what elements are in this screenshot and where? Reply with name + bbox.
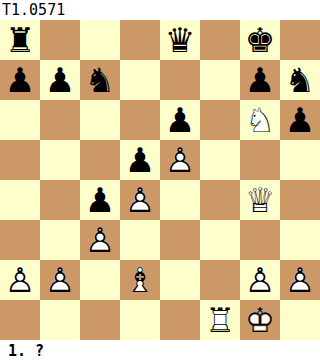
square-e3[interactable] [160,220,200,260]
square-a5[interactable] [0,140,40,180]
piece-glyph: ♟ [240,60,280,100]
square-h4[interactable] [280,180,320,220]
piece-glyph: ♙ [40,260,80,300]
square-b7[interactable]: ♟ [40,60,80,100]
piece-glyph: ♙ [80,220,120,260]
square-b1[interactable] [40,300,80,340]
square-g5[interactable] [240,140,280,180]
black-pawn[interactable]: ♟ [240,60,280,100]
black-king[interactable]: ♚ [240,20,280,60]
square-e2[interactable] [160,260,200,300]
piece-glyph: ♚ [240,20,280,60]
piece-glyph: ♟ [40,60,80,100]
square-h7[interactable]: ♞ [280,60,320,100]
square-c6[interactable] [80,100,120,140]
piece-glyph: ♕ [240,180,280,220]
piece-glyph: ♙ [0,260,40,300]
square-b6[interactable] [40,100,80,140]
square-c1[interactable] [80,300,120,340]
piece-glyph: ♟ [280,100,320,140]
square-h2[interactable]: ♟♙ [280,260,320,300]
square-d3[interactable] [120,220,160,260]
square-g6[interactable]: ♞♘ [240,100,280,140]
square-f3[interactable] [200,220,240,260]
square-b8[interactable] [40,20,80,60]
square-c4[interactable]: ♟ [80,180,120,220]
square-a2[interactable]: ♟♙ [0,260,40,300]
white-pawn[interactable]: ♟♙ [280,260,320,300]
square-g1[interactable]: ♚♔ [240,300,280,340]
white-pawn[interactable]: ♟♙ [0,260,40,300]
square-c3[interactable]: ♟♙ [80,220,120,260]
square-c7[interactable]: ♞ [80,60,120,100]
square-g3[interactable] [240,220,280,260]
piece-glyph: ♙ [160,140,200,180]
white-pawn[interactable]: ♟♙ [120,180,160,220]
piece-glyph: ♙ [280,260,320,300]
square-d1[interactable] [120,300,160,340]
piece-glyph: ♞ [280,60,320,100]
black-pawn[interactable]: ♟ [0,60,40,100]
piece-glyph: ♔ [240,300,280,340]
square-c5[interactable] [80,140,120,180]
piece-glyph: ♘ [240,100,280,140]
square-h8[interactable] [280,20,320,60]
square-e1[interactable] [160,300,200,340]
piece-glyph: ♖ [200,300,240,340]
chess-board: ♜♛♚♟♟♞♟♞♟♞♘♟♟♟♙♟♟♙♛♕♟♙♟♙♟♙♝♗♟♙♟♙♜♖♚♔ [0,20,320,340]
square-e8[interactable]: ♛ [160,20,200,60]
square-c8[interactable] [80,20,120,60]
piece-glyph: ♟ [80,180,120,220]
piece-glyph: ♙ [120,180,160,220]
square-a3[interactable] [0,220,40,260]
black-rook[interactable]: ♜ [0,20,40,60]
square-e6[interactable]: ♟ [160,100,200,140]
square-b4[interactable] [40,180,80,220]
piece-glyph: ♜ [0,20,40,60]
piece-glyph: ♙ [240,260,280,300]
square-a4[interactable] [0,180,40,220]
square-d6[interactable] [120,100,160,140]
square-f1[interactable]: ♜♖ [200,300,240,340]
square-a8[interactable]: ♜ [0,20,40,60]
square-a7[interactable]: ♟ [0,60,40,100]
move-prompt: 1. ? [8,342,44,360]
black-pawn[interactable]: ♟ [80,180,120,220]
piece-glyph: ♞ [80,60,120,100]
black-pawn[interactable]: ♟ [160,100,200,140]
square-a1[interactable] [0,300,40,340]
piece-glyph: ♟ [120,140,160,180]
square-g4[interactable]: ♛♕ [240,180,280,220]
square-b5[interactable] [40,140,80,180]
black-pawn[interactable]: ♟ [120,140,160,180]
square-g7[interactable]: ♟ [240,60,280,100]
black-pawn[interactable]: ♟ [280,100,320,140]
black-knight[interactable]: ♞ [80,60,120,100]
white-pawn[interactable]: ♟♙ [240,260,280,300]
piece-glyph: ♟ [0,60,40,100]
square-h1[interactable] [280,300,320,340]
square-h3[interactable] [280,220,320,260]
black-knight[interactable]: ♞ [280,60,320,100]
black-queen[interactable]: ♛ [160,20,200,60]
square-d5[interactable]: ♟ [120,140,160,180]
square-d2[interactable]: ♝♗ [120,260,160,300]
square-h5[interactable] [280,140,320,180]
white-queen[interactable]: ♛♕ [240,180,280,220]
square-e5[interactable]: ♟♙ [160,140,200,180]
piece-glyph: ♗ [120,260,160,300]
black-pawn[interactable]: ♟ [40,60,80,100]
square-b3[interactable] [40,220,80,260]
square-b2[interactable]: ♟♙ [40,260,80,300]
square-f5[interactable] [200,140,240,180]
square-d8[interactable] [120,20,160,60]
white-pawn[interactable]: ♟♙ [160,140,200,180]
square-f4[interactable] [200,180,240,220]
square-e4[interactable] [160,180,200,220]
square-d4[interactable]: ♟♙ [120,180,160,220]
square-g2[interactable]: ♟♙ [240,260,280,300]
square-c2[interactable] [80,260,120,300]
piece-glyph: ♛ [160,20,200,60]
square-f7[interactable] [200,60,240,100]
square-f2[interactable] [200,260,240,300]
white-pawn[interactable]: ♟♙ [80,220,120,260]
puzzle-title: T1.0571 [2,1,65,19]
square-f6[interactable] [200,100,240,140]
square-f8[interactable] [200,20,240,60]
square-h6[interactable]: ♟ [280,100,320,140]
piece-glyph: ♟ [160,100,200,140]
square-d7[interactable] [120,60,160,100]
square-g8[interactable]: ♚ [240,20,280,60]
white-king[interactable]: ♚♔ [240,300,280,340]
white-rook[interactable]: ♜♖ [200,300,240,340]
white-knight[interactable]: ♞♘ [240,100,280,140]
square-a6[interactable] [0,100,40,140]
white-pawn[interactable]: ♟♙ [40,260,80,300]
white-bishop[interactable]: ♝♗ [120,260,160,300]
square-e7[interactable] [160,60,200,100]
